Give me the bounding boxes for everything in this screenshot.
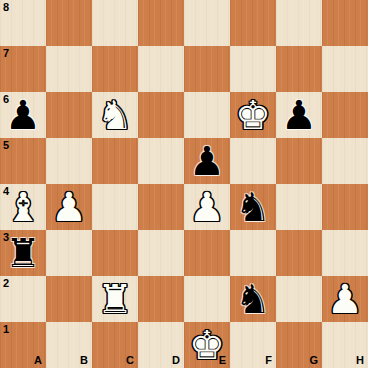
piece-black-pawn[interactable]: ♟ — [189, 138, 225, 184]
square-h7[interactable] — [322, 46, 368, 92]
square-b4[interactable]: ♟ — [46, 184, 92, 230]
square-b6[interactable] — [46, 92, 92, 138]
rank-label-5: 5 — [3, 140, 9, 151]
square-g6[interactable]: ♟ — [276, 92, 322, 138]
square-d5[interactable] — [138, 138, 184, 184]
square-c5[interactable] — [92, 138, 138, 184]
piece-white-knight[interactable]: ♞ — [97, 92, 133, 138]
square-g7[interactable] — [276, 46, 322, 92]
square-a6[interactable]: 6♟ — [0, 92, 46, 138]
square-c2[interactable]: ♜ — [92, 276, 138, 322]
square-d2[interactable] — [138, 276, 184, 322]
square-h5[interactable] — [322, 138, 368, 184]
square-h1[interactable]: H — [322, 322, 368, 368]
square-b1[interactable]: B — [46, 322, 92, 368]
square-b7[interactable] — [46, 46, 92, 92]
file-label-d: D — [172, 355, 180, 366]
square-c1[interactable]: C — [92, 322, 138, 368]
piece-black-knight[interactable]: ♞ — [235, 184, 271, 230]
square-d3[interactable] — [138, 230, 184, 276]
square-c3[interactable] — [92, 230, 138, 276]
square-f8[interactable] — [230, 0, 276, 46]
square-f7[interactable] — [230, 46, 276, 92]
square-f6[interactable]: ♚ — [230, 92, 276, 138]
square-h3[interactable] — [322, 230, 368, 276]
square-g2[interactable] — [276, 276, 322, 322]
chess-board: 876♟♞♚♟5♟4♝♟♟♞3♜2♜♞♟1ABCDE♚FGH — [0, 0, 368, 368]
square-d7[interactable] — [138, 46, 184, 92]
piece-white-pawn[interactable]: ♟ — [189, 184, 225, 230]
square-g5[interactable] — [276, 138, 322, 184]
square-c4[interactable] — [92, 184, 138, 230]
file-label-f: F — [265, 355, 272, 366]
square-f5[interactable] — [230, 138, 276, 184]
square-h8[interactable] — [322, 0, 368, 46]
square-e1[interactable]: E♚ — [184, 322, 230, 368]
file-label-g: G — [309, 355, 318, 366]
rank-label-1: 1 — [3, 324, 9, 335]
rank-label-4: 4 — [3, 186, 9, 197]
piece-black-rook[interactable]: ♜ — [5, 230, 41, 276]
square-a2[interactable]: 2 — [0, 276, 46, 322]
square-d1[interactable]: D — [138, 322, 184, 368]
rank-label-7: 7 — [3, 48, 9, 59]
square-b8[interactable] — [46, 0, 92, 46]
square-e8[interactable] — [184, 0, 230, 46]
square-b5[interactable] — [46, 138, 92, 184]
piece-white-rook[interactable]: ♜ — [97, 276, 133, 322]
file-label-h: H — [356, 355, 364, 366]
square-f2[interactable]: ♞ — [230, 276, 276, 322]
square-d6[interactable] — [138, 92, 184, 138]
square-g1[interactable]: G — [276, 322, 322, 368]
piece-white-pawn[interactable]: ♟ — [51, 184, 87, 230]
rank-label-8: 8 — [3, 2, 9, 13]
square-b2[interactable] — [46, 276, 92, 322]
square-e7[interactable] — [184, 46, 230, 92]
square-a1[interactable]: 1A — [0, 322, 46, 368]
square-g4[interactable] — [276, 184, 322, 230]
square-h6[interactable] — [322, 92, 368, 138]
file-label-a: A — [34, 355, 42, 366]
square-h2[interactable]: ♟ — [322, 276, 368, 322]
rank-label-6: 6 — [3, 94, 9, 105]
file-label-b: B — [80, 355, 88, 366]
square-e5[interactable]: ♟ — [184, 138, 230, 184]
square-a8[interactable]: 8 — [0, 0, 46, 46]
square-a5[interactable]: 5 — [0, 138, 46, 184]
piece-white-king[interactable]: ♚ — [235, 92, 271, 138]
piece-black-pawn[interactable]: ♟ — [281, 92, 317, 138]
square-c7[interactable] — [92, 46, 138, 92]
square-e6[interactable] — [184, 92, 230, 138]
square-a3[interactable]: 3♜ — [0, 230, 46, 276]
square-e3[interactable] — [184, 230, 230, 276]
piece-white-king[interactable]: ♚ — [189, 322, 225, 368]
square-g8[interactable] — [276, 0, 322, 46]
piece-white-pawn[interactable]: ♟ — [327, 276, 363, 322]
square-d8[interactable] — [138, 0, 184, 46]
square-f1[interactable]: F — [230, 322, 276, 368]
rank-label-3: 3 — [3, 232, 9, 243]
square-c6[interactable]: ♞ — [92, 92, 138, 138]
square-a4[interactable]: 4♝ — [0, 184, 46, 230]
square-f4[interactable]: ♞ — [230, 184, 276, 230]
square-c8[interactable] — [92, 0, 138, 46]
file-label-e: E — [219, 355, 226, 366]
piece-white-bishop[interactable]: ♝ — [5, 184, 41, 230]
square-b3[interactable] — [46, 230, 92, 276]
square-a7[interactable]: 7 — [0, 46, 46, 92]
square-e2[interactable] — [184, 276, 230, 322]
piece-black-knight[interactable]: ♞ — [235, 276, 271, 322]
square-f3[interactable] — [230, 230, 276, 276]
piece-black-pawn[interactable]: ♟ — [5, 92, 41, 138]
file-label-c: C — [126, 355, 134, 366]
square-h4[interactable] — [322, 184, 368, 230]
square-d4[interactable] — [138, 184, 184, 230]
square-e4[interactable]: ♟ — [184, 184, 230, 230]
rank-label-2: 2 — [3, 278, 9, 289]
square-g3[interactable] — [276, 230, 322, 276]
